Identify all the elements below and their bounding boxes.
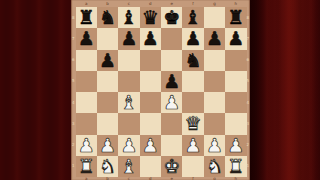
- square-f3[interactable]: ♛: [182, 113, 203, 134]
- square-b7[interactable]: [97, 28, 118, 49]
- square-g4[interactable]: [204, 92, 225, 113]
- black-rook-a8: ♜: [78, 8, 95, 27]
- square-h1[interactable]: ♜: [225, 156, 246, 177]
- file-label-e: e: [161, 177, 182, 180]
- square-f8[interactable]: ♝: [182, 7, 203, 28]
- square-a6[interactable]: [76, 50, 97, 71]
- square-a2[interactable]: ♟: [76, 135, 97, 156]
- square-f2[interactable]: ♟: [182, 135, 203, 156]
- square-c8[interactable]: ♝: [118, 7, 139, 28]
- square-d7[interactable]: ♟: [140, 28, 161, 49]
- black-bishop-f8: ♝: [185, 8, 202, 27]
- square-f1[interactable]: [182, 156, 203, 177]
- left-curtain: [0, 0, 71, 180]
- square-h2[interactable]: ♟: [225, 135, 246, 156]
- black-knight-b8: ♞: [99, 8, 116, 27]
- square-f4[interactable]: [182, 92, 203, 113]
- black-pawn-a7: ♟: [78, 29, 95, 48]
- file-label-a: a: [76, 177, 97, 180]
- square-h7[interactable]: ♟: [225, 28, 246, 49]
- curtain-folds: [0, 0, 71, 180]
- square-d8[interactable]: ♛: [140, 7, 161, 28]
- black-bishop-c8: ♝: [120, 8, 137, 27]
- file-label-g: g: [204, 177, 225, 180]
- white-rook-h1: ♜: [227, 156, 244, 175]
- white-pawn-a2: ♟: [78, 135, 95, 154]
- square-g6[interactable]: [204, 50, 225, 71]
- white-pawn-f2: ♟: [185, 135, 202, 154]
- square-h8[interactable]: ♜: [225, 7, 246, 28]
- square-g1[interactable]: ♞: [204, 156, 225, 177]
- square-h3[interactable]: [225, 113, 246, 134]
- square-h6[interactable]: [225, 50, 246, 71]
- square-e6[interactable]: [161, 50, 182, 71]
- right-curtain: [250, 0, 320, 180]
- square-d2[interactable]: ♟: [140, 135, 161, 156]
- file-label-b: b: [97, 177, 118, 180]
- square-d3[interactable]: [140, 113, 161, 134]
- file-label-f: f: [182, 177, 203, 180]
- square-c7[interactable]: ♟: [118, 28, 139, 49]
- square-g7[interactable]: ♟: [204, 28, 225, 49]
- square-f7[interactable]: ♟: [182, 28, 203, 49]
- file-labels-bottom: abcdefgh: [76, 177, 247, 180]
- square-a1[interactable]: ♜: [76, 156, 97, 177]
- square-e3[interactable]: [161, 113, 182, 134]
- file-label-c: c: [118, 177, 139, 180]
- file-label-d: d: [140, 177, 161, 180]
- square-b1[interactable]: ♞: [97, 156, 118, 177]
- square-c1[interactable]: ♝: [118, 156, 139, 177]
- square-d5[interactable]: [140, 71, 161, 92]
- white-bishop-c4: ♝: [120, 93, 137, 112]
- black-pawn-h7: ♟: [227, 29, 244, 48]
- black-pawn-b6: ♟: [99, 50, 116, 69]
- square-h4[interactable]: [225, 92, 246, 113]
- square-d1[interactable]: [140, 156, 161, 177]
- square-b2[interactable]: ♟: [97, 135, 118, 156]
- black-pawn-f7: ♟: [185, 29, 202, 48]
- square-g5[interactable]: [204, 71, 225, 92]
- white-pawn-h2: ♟: [227, 135, 244, 154]
- board-squares: ♜♞♝♛♚♝♜♟♟♟♟♟♟♟♞♟♝♟♛♟♟♟♟♟♟♟♜♞♝♚♞♜: [76, 7, 247, 177]
- file-label-g: g: [204, 0, 225, 7]
- square-a7[interactable]: ♟: [76, 28, 97, 49]
- white-pawn-d2: ♟: [142, 135, 159, 154]
- square-c3[interactable]: [118, 113, 139, 134]
- square-b5[interactable]: [97, 71, 118, 92]
- square-a3[interactable]: [76, 113, 97, 134]
- square-c2[interactable]: ♟: [118, 135, 139, 156]
- black-knight-f6: ♞: [185, 50, 202, 69]
- square-b3[interactable]: [97, 113, 118, 134]
- curtain-folds: [250, 0, 320, 180]
- square-a5[interactable]: [76, 71, 97, 92]
- square-a4[interactable]: [76, 92, 97, 113]
- white-knight-g1: ♞: [206, 156, 223, 175]
- square-f6[interactable]: ♞: [182, 50, 203, 71]
- square-e4[interactable]: ♟: [161, 92, 182, 113]
- white-queen-f3: ♛: [185, 114, 202, 133]
- square-g8[interactable]: [204, 7, 225, 28]
- white-bishop-c1: ♝: [120, 156, 137, 175]
- square-b6[interactable]: ♟: [97, 50, 118, 71]
- square-f5[interactable]: [182, 71, 203, 92]
- square-e1[interactable]: ♚: [161, 156, 182, 177]
- black-pawn-g7: ♟: [206, 29, 223, 48]
- square-d6[interactable]: [140, 50, 161, 71]
- square-e8[interactable]: ♚: [161, 7, 182, 28]
- file-label-h: h: [225, 177, 246, 180]
- square-h5[interactable]: [225, 71, 246, 92]
- black-pawn-c7: ♟: [120, 29, 137, 48]
- white-king-e1: ♚: [163, 156, 180, 175]
- square-a8[interactable]: ♜: [76, 7, 97, 28]
- screen: abcdefgh ♜♞♝♛♚♝♜♟♟♟♟♟♟♟♞♟♝♟♛♟♟♟♟♟♟♟♜♞♝♚♞…: [0, 0, 320, 180]
- black-king-e8: ♚: [163, 8, 180, 27]
- square-c4[interactable]: ♝: [118, 92, 139, 113]
- square-c5[interactable]: [118, 71, 139, 92]
- square-c6[interactable]: [118, 50, 139, 71]
- black-pawn-e5: ♟: [163, 71, 180, 90]
- square-e7[interactable]: [161, 28, 182, 49]
- white-pawn-g2: ♟: [206, 135, 223, 154]
- black-queen-d8: ♛: [142, 8, 159, 27]
- square-b8[interactable]: ♞: [97, 7, 118, 28]
- black-rook-h8: ♜: [227, 8, 244, 27]
- white-pawn-e4: ♟: [163, 93, 180, 112]
- white-knight-b1: ♞: [99, 156, 116, 175]
- white-pawn-c2: ♟: [120, 135, 137, 154]
- chessboard: abcdefgh ♜♞♝♛♚♝♜♟♟♟♟♟♟♟♞♟♝♟♛♟♟♟♟♟♟♟♜♞♝♚♞…: [71, 0, 250, 180]
- square-g3[interactable]: [204, 113, 225, 134]
- square-b4[interactable]: [97, 92, 118, 113]
- square-e2[interactable]: [161, 135, 182, 156]
- white-pawn-b2: ♟: [99, 135, 116, 154]
- square-g2[interactable]: ♟: [204, 135, 225, 156]
- white-rook-a1: ♜: [78, 156, 95, 175]
- black-pawn-d7: ♟: [142, 29, 159, 48]
- square-d4[interactable]: [140, 92, 161, 113]
- square-e5[interactable]: ♟: [161, 71, 182, 92]
